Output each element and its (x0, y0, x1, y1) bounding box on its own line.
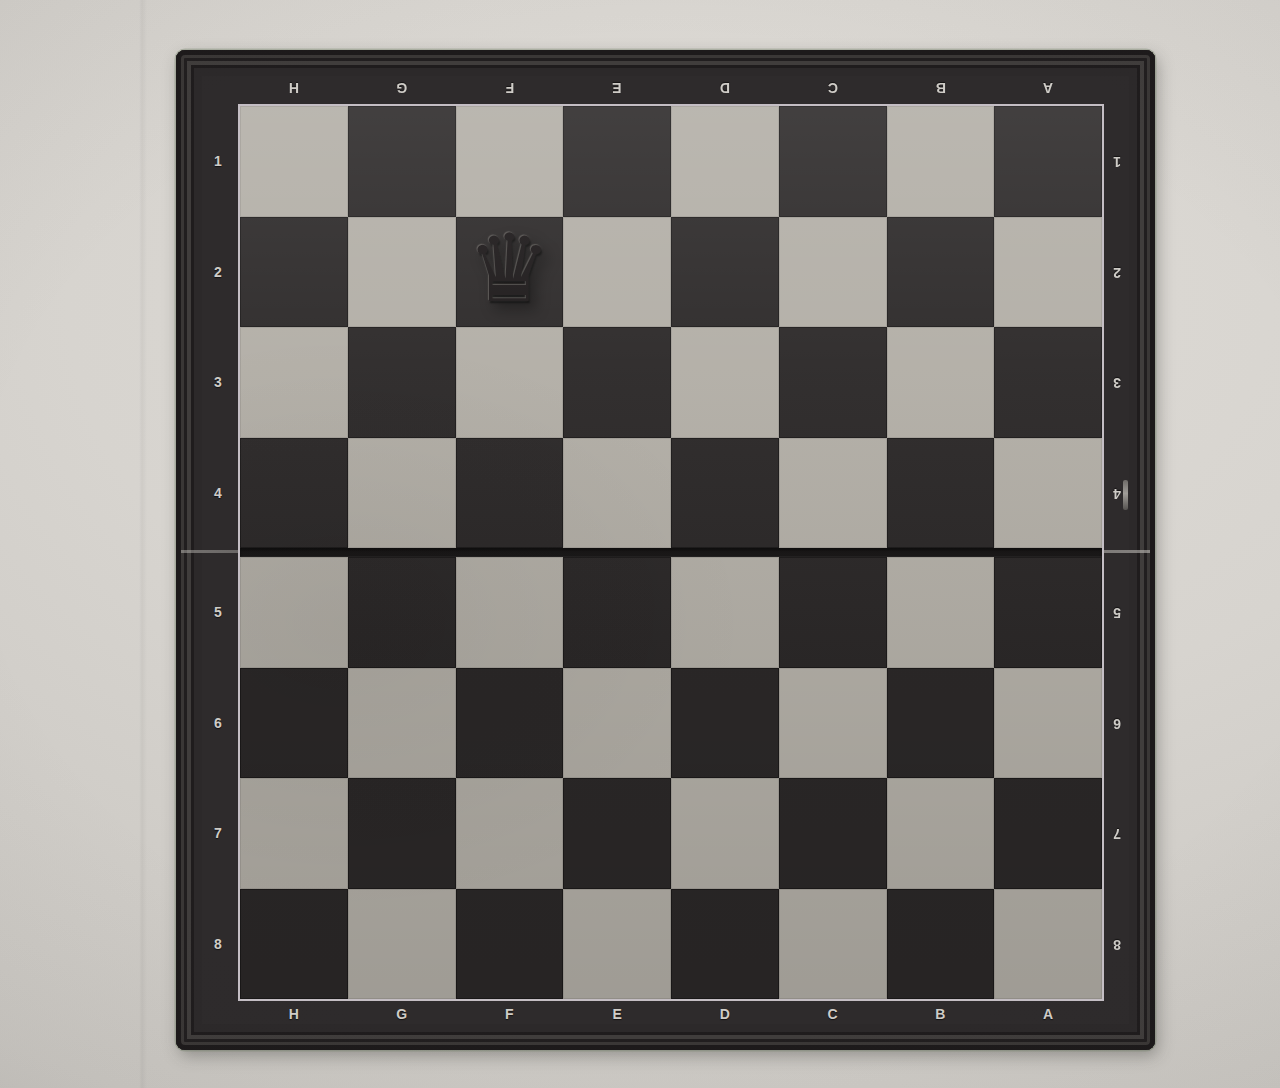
rank-label-left-3: 3 (196, 327, 240, 438)
rank-label-left-7: 7 (196, 778, 240, 889)
square-h7[interactable] (240, 778, 348, 889)
square-e6[interactable] (563, 668, 671, 779)
file-label-bottom-e: E (563, 1001, 671, 1026)
square-e3[interactable] (563, 327, 671, 438)
file-label-top-d: D (671, 72, 779, 104)
square-f4[interactable] (456, 438, 564, 549)
square-d8[interactable] (671, 889, 779, 1000)
rank-label-right-2: 2 (1102, 217, 1132, 328)
rank-label-right-7: 7 (1102, 778, 1132, 889)
file-label-top-h: H (240, 72, 348, 104)
rank-labels-left: 12345678 (196, 106, 240, 999)
square-h6[interactable] (240, 668, 348, 779)
square-b3[interactable] (887, 327, 995, 438)
square-g1[interactable] (348, 106, 456, 217)
square-e2[interactable] (563, 217, 671, 328)
board-grid: ♛ (240, 106, 1102, 999)
square-d5[interactable] (671, 557, 779, 668)
rank-label-left-2: 2 (196, 217, 240, 328)
square-g8[interactable] (348, 889, 456, 1000)
rank-label-right-5: 5 (1102, 557, 1132, 668)
square-b8[interactable] (887, 889, 995, 1000)
square-d1[interactable] (671, 106, 779, 217)
square-d4[interactable] (671, 438, 779, 549)
file-label-top-f: F (456, 72, 564, 104)
square-c2[interactable] (779, 217, 887, 328)
square-g4[interactable] (348, 438, 456, 549)
square-c3[interactable] (779, 327, 887, 438)
board-fold-seam (240, 548, 1102, 557)
square-h4[interactable] (240, 438, 348, 549)
rank-label-left-4: 4 (196, 438, 240, 549)
square-c1[interactable] (779, 106, 887, 217)
rank-labels-right: 12345678 (1102, 106, 1132, 999)
square-e5[interactable] (563, 557, 671, 668)
square-g3[interactable] (348, 327, 456, 438)
file-label-top-b: B (887, 72, 995, 104)
file-labels-bottom: HGFEDCBA (240, 1001, 1102, 1026)
square-d3[interactable] (671, 327, 779, 438)
square-a3[interactable] (994, 327, 1102, 438)
rank-label-right-8: 8 (1102, 889, 1132, 1000)
square-d2[interactable] (671, 217, 779, 328)
play-area: ♛ (238, 104, 1104, 1001)
rank-label-left-6: 6 (196, 668, 240, 779)
square-e1[interactable] (563, 106, 671, 217)
square-b6[interactable] (887, 668, 995, 779)
file-label-bottom-h: H (240, 1001, 348, 1026)
square-b5[interactable] (887, 557, 995, 668)
square-g7[interactable] (348, 778, 456, 889)
rank-label-left-8: 8 (196, 889, 240, 1000)
square-c7[interactable] (779, 778, 887, 889)
square-g5[interactable] (348, 557, 456, 668)
file-label-bottom-c: C (779, 1001, 887, 1026)
rank-label-right-1: 1 (1102, 106, 1132, 217)
square-h3[interactable] (240, 327, 348, 438)
square-f2[interactable]: ♛ (456, 217, 564, 328)
file-label-bottom-d: D (671, 1001, 779, 1026)
piece-black-queen[interactable]: ♛ (467, 222, 551, 316)
file-label-top-a: A (994, 72, 1102, 104)
square-b2[interactable] (887, 217, 995, 328)
square-b4[interactable] (887, 438, 995, 549)
square-f7[interactable] (456, 778, 564, 889)
file-label-top-e: E (563, 72, 671, 104)
rank-label-right-4: 4 (1102, 438, 1132, 549)
square-f1[interactable] (456, 106, 564, 217)
square-h8[interactable] (240, 889, 348, 1000)
square-h2[interactable] (240, 217, 348, 328)
file-label-bottom-a: A (994, 1001, 1102, 1026)
square-d6[interactable] (671, 668, 779, 779)
square-a4[interactable] (994, 438, 1102, 549)
square-f5[interactable] (456, 557, 564, 668)
square-h1[interactable] (240, 106, 348, 217)
chess-board: HGFEDCBA HGFEDCBA 12345678 12345678 ♛ (176, 50, 1155, 1050)
file-label-top-g: G (348, 72, 456, 104)
rank-label-right-6: 6 (1102, 668, 1132, 779)
square-e8[interactable] (563, 889, 671, 1000)
square-a8[interactable] (994, 889, 1102, 1000)
square-d7[interactable] (671, 778, 779, 889)
square-f6[interactable] (456, 668, 564, 779)
square-g6[interactable] (348, 668, 456, 779)
square-g2[interactable] (348, 217, 456, 328)
file-label-bottom-g: G (348, 1001, 456, 1026)
square-e7[interactable] (563, 778, 671, 889)
file-label-bottom-f: F (456, 1001, 564, 1026)
square-a5[interactable] (994, 557, 1102, 668)
square-b7[interactable] (887, 778, 995, 889)
square-c8[interactable] (779, 889, 887, 1000)
square-c4[interactable] (779, 438, 887, 549)
file-label-bottom-b: B (887, 1001, 995, 1026)
square-a2[interactable] (994, 217, 1102, 328)
square-e4[interactable] (563, 438, 671, 549)
square-f3[interactable] (456, 327, 564, 438)
square-a6[interactable] (994, 668, 1102, 779)
rank-label-left-1: 1 (196, 106, 240, 217)
file-labels-top: HGFEDCBA (240, 72, 1102, 104)
square-f8[interactable] (456, 889, 564, 1000)
photo-backdrop: HGFEDCBA HGFEDCBA 12345678 12345678 ♛ (0, 0, 1280, 1088)
file-label-top-c: C (779, 72, 887, 104)
square-a1[interactable] (994, 106, 1102, 217)
square-c5[interactable] (779, 557, 887, 668)
rank-label-right-3: 3 (1102, 327, 1132, 438)
square-h5[interactable] (240, 557, 348, 668)
square-a7[interactable] (994, 778, 1102, 889)
rank-label-left-5: 5 (196, 557, 240, 668)
square-b1[interactable] (887, 106, 995, 217)
square-c6[interactable] (779, 668, 887, 779)
